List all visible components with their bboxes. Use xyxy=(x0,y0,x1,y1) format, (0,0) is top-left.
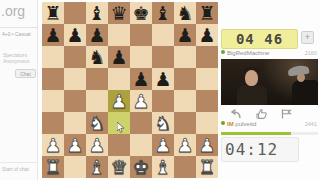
square-g7[interactable]: ♟ xyxy=(174,24,196,46)
square-g3[interactable] xyxy=(174,112,196,134)
square-e8[interactable]: ♚ xyxy=(130,2,152,24)
square-f3[interactable]: ♞ xyxy=(152,112,174,134)
square-b2[interactable]: ♟ xyxy=(64,134,86,156)
square-g1[interactable] xyxy=(174,156,196,178)
black-rook[interactable]: ♜ xyxy=(196,2,218,24)
square-c3[interactable]: ♞ xyxy=(86,112,108,134)
white-clock: 04:12 xyxy=(221,137,299,162)
square-d5[interactable] xyxy=(108,68,130,90)
white-pawn[interactable]: ♟ xyxy=(152,134,174,156)
white-bishop[interactable]: ♝ xyxy=(86,156,108,178)
player-name-top[interactable]: BigRedMachine xyxy=(227,50,269,56)
square-f2[interactable]: ♟ xyxy=(152,134,174,156)
square-d2[interactable] xyxy=(108,134,130,156)
square-f8[interactable]: ♝ xyxy=(152,2,174,24)
square-f6[interactable] xyxy=(152,46,174,68)
white-pawn[interactable]: ♟ xyxy=(86,134,108,156)
white-pawn[interactable]: ♟ xyxy=(130,90,152,112)
black-pawn[interactable]: ♟ xyxy=(196,24,218,46)
white-pawn[interactable]: ♟ xyxy=(196,134,218,156)
black-pawn[interactable]: ♟ xyxy=(86,24,108,46)
site-logo[interactable]: .org xyxy=(1,3,25,19)
square-c5[interactable] xyxy=(86,68,108,90)
time-bar-fill xyxy=(221,132,291,135)
time-bar xyxy=(221,132,318,135)
square-h3[interactable] xyxy=(196,112,218,134)
player-name-bottom[interactable]: pulvettd xyxy=(235,121,256,127)
square-c8[interactable]: ♝ xyxy=(86,2,108,24)
black-pawn[interactable]: ♟ xyxy=(130,68,152,90)
game-info-text: 4+0 • Casual xyxy=(2,31,36,37)
square-a4[interactable] xyxy=(42,90,64,112)
takeback-arrow-icon[interactable] xyxy=(229,109,242,119)
square-e4[interactable]: ♟ xyxy=(130,90,152,112)
square-a5[interactable] xyxy=(42,68,64,90)
sidebar-text-line: Anonymous xyxy=(3,58,36,64)
black-pawn[interactable]: ♟ xyxy=(174,24,196,46)
square-e7[interactable] xyxy=(130,24,152,46)
black-king[interactable]: ♚ xyxy=(130,2,152,24)
square-e6[interactable] xyxy=(130,46,152,68)
square-c7[interactable]: ♟ xyxy=(86,24,108,46)
square-c1[interactable]: ♝ xyxy=(86,156,108,178)
player-row-bottom: IM pulvettd 2441 xyxy=(221,121,318,131)
square-f7[interactable] xyxy=(152,24,174,46)
square-f4[interactable] xyxy=(152,90,174,112)
white-bishop[interactable]: ♝ xyxy=(152,156,174,178)
square-g4[interactable] xyxy=(174,90,196,112)
square-a1[interactable]: ♜ xyxy=(42,156,64,178)
streamer-face xyxy=(245,70,258,86)
square-h1[interactable]: ♜ xyxy=(196,156,218,178)
square-a8[interactable]: ♜ xyxy=(42,2,64,24)
thumbs-up-icon[interactable] xyxy=(256,109,267,119)
flag-icon[interactable] xyxy=(281,109,292,119)
square-b4[interactable] xyxy=(64,90,86,112)
online-dot-icon xyxy=(221,121,225,125)
square-d1[interactable]: ♛ xyxy=(108,156,130,178)
square-d6[interactable]: ♟ xyxy=(108,46,130,68)
player-title: IM xyxy=(227,121,234,127)
square-h6[interactable] xyxy=(196,46,218,68)
black-bishop[interactable]: ♝ xyxy=(152,2,174,24)
square-h2[interactable]: ♟ xyxy=(196,134,218,156)
square-g6[interactable] xyxy=(174,46,196,68)
black-rook[interactable]: ♜ xyxy=(42,2,64,24)
square-e1[interactable]: ♚ xyxy=(130,156,152,178)
square-b8[interactable] xyxy=(64,2,86,24)
chat-start-note: Start of chat xyxy=(2,166,29,172)
white-king[interactable]: ♚ xyxy=(130,156,152,178)
second-person-figure xyxy=(292,80,318,105)
square-b7[interactable]: ♟ xyxy=(64,24,86,46)
white-pawn[interactable]: ♟ xyxy=(174,134,196,156)
sidebar-divider xyxy=(0,27,38,28)
white-pawn[interactable]: ♟ xyxy=(42,134,64,156)
square-d4[interactable]: ♟ xyxy=(108,90,130,112)
black-knight[interactable]: ♞ xyxy=(174,2,196,24)
online-dot-icon xyxy=(221,50,225,54)
black-knight[interactable]: ♞ xyxy=(86,46,108,68)
square-b6[interactable] xyxy=(64,46,86,68)
black-bishop[interactable]: ♝ xyxy=(86,2,108,24)
sidebar-button[interactable]: Chat xyxy=(15,69,36,78)
square-c4[interactable] xyxy=(86,90,108,112)
black-pawn[interactable]: ♟ xyxy=(108,46,130,68)
square-e3[interactable] xyxy=(130,112,152,134)
square-b5[interactable] xyxy=(64,68,86,90)
left-sidebar: .org 4+0 • Casual Spectators: Anonymous … xyxy=(0,0,38,180)
square-e2[interactable] xyxy=(130,134,152,156)
square-h4[interactable] xyxy=(196,90,218,112)
white-knight[interactable]: ♞ xyxy=(86,112,108,134)
black-queen[interactable]: ♛ xyxy=(108,2,130,24)
square-a7[interactable]: ♟ xyxy=(42,24,64,46)
square-h8[interactable]: ♜ xyxy=(196,2,218,24)
black-clock: 04 46 xyxy=(221,29,298,49)
square-f5[interactable]: ♟ xyxy=(152,68,174,90)
square-b1[interactable] xyxy=(64,156,86,178)
square-e5[interactable]: ♟ xyxy=(130,68,152,90)
square-b3[interactable] xyxy=(64,112,86,134)
mouse-cursor xyxy=(117,119,125,137)
white-pawn[interactable]: ♟ xyxy=(64,134,86,156)
action-icon-bar xyxy=(229,108,309,120)
square-g2[interactable]: ♟ xyxy=(174,134,196,156)
square-d7[interactable] xyxy=(108,24,130,46)
black-pawn[interactable]: ♟ xyxy=(64,24,86,46)
square-g8[interactable]: ♞ xyxy=(174,2,196,24)
square-h5[interactable] xyxy=(196,68,218,90)
sidebar-divider xyxy=(0,162,38,163)
give-time-button[interactable]: + xyxy=(301,31,314,44)
streamer-webcam xyxy=(221,59,318,105)
square-a6[interactable] xyxy=(42,46,64,68)
player-rating-bottom: 2441 xyxy=(305,121,317,127)
game-side-panel: 04 46 + BigRedMachine 2160 xyxy=(219,0,320,180)
white-rook[interactable]: ♜ xyxy=(42,156,64,178)
streamer-figure xyxy=(237,85,267,105)
chess-board[interactable]: ♜♝♛♚♝♞♜♟♟♟♟♟♞♟♟♟♟♟♞♞♟♟♟♟♟♟♜♝♛♚♝♜ xyxy=(42,2,218,178)
player-rating-top: 2160 xyxy=(305,50,317,56)
square-f1[interactable]: ♝ xyxy=(152,156,174,178)
square-h7[interactable]: ♟ xyxy=(196,24,218,46)
square-c2[interactable]: ♟ xyxy=(86,134,108,156)
black-pawn[interactable]: ♟ xyxy=(152,68,174,90)
black-pawn[interactable]: ♟ xyxy=(42,24,64,46)
white-rook[interactable]: ♜ xyxy=(196,156,218,178)
square-g5[interactable] xyxy=(174,68,196,90)
white-pawn[interactable]: ♟ xyxy=(108,90,130,112)
white-knight[interactable]: ♞ xyxy=(152,112,174,134)
white-queen[interactable]: ♛ xyxy=(108,156,130,178)
square-a3[interactable] xyxy=(42,112,64,134)
second-person-face xyxy=(297,73,305,82)
square-a2[interactable]: ♟ xyxy=(42,134,64,156)
square-c6[interactable]: ♞ xyxy=(86,46,108,68)
square-d8[interactable]: ♛ xyxy=(108,2,130,24)
